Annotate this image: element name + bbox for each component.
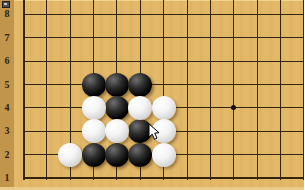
row-label: 1 <box>0 172 14 184</box>
grid-line-horizontal <box>23 37 305 38</box>
goban[interactable]: 87654321 <box>0 0 304 190</box>
black-stone <box>128 143 152 167</box>
grid-line-horizontal <box>23 177 305 179</box>
grid-line-vertical <box>257 0 258 180</box>
row-label: 3 <box>0 125 14 137</box>
white-stone <box>152 143 176 167</box>
black-stone <box>128 73 152 97</box>
white-stone <box>152 96 176 120</box>
black-stone <box>105 143 129 167</box>
grid-line-vertical <box>233 0 234 180</box>
white-stone <box>128 96 152 120</box>
go-app-window: 87654321 <box>0 0 304 190</box>
black-stone <box>105 96 129 120</box>
mouse-cursor <box>148 123 161 142</box>
row-label: 8 <box>0 8 14 20</box>
row-label: 6 <box>0 55 14 67</box>
black-stone <box>82 73 106 97</box>
grid-line-vertical <box>46 0 47 180</box>
grid-line-vertical <box>303 0 304 180</box>
row-label: 5 <box>0 79 14 91</box>
grid-line-vertical <box>23 0 25 180</box>
grid-line-horizontal <box>23 84 305 85</box>
white-stone <box>105 119 129 143</box>
grid-line-horizontal <box>23 61 305 62</box>
white-stone <box>58 143 82 167</box>
grid-line-vertical <box>280 0 281 180</box>
star-point <box>231 105 236 110</box>
row-label: 2 <box>0 149 14 161</box>
black-stone <box>82 143 106 167</box>
white-stone <box>82 119 106 143</box>
row-label: 7 <box>0 32 14 44</box>
grid-line-vertical <box>187 0 188 180</box>
white-stone <box>82 96 106 120</box>
black-stone <box>105 73 129 97</box>
window-bottom-edge <box>0 187 304 190</box>
grid-line-horizontal <box>23 14 305 15</box>
row-label: 4 <box>0 102 14 114</box>
grid-line-vertical <box>210 0 211 180</box>
